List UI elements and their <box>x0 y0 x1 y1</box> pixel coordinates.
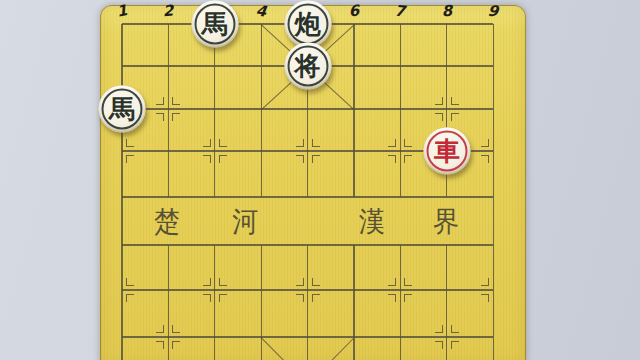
marker-corner <box>203 155 211 163</box>
file-line <box>121 24 122 360</box>
marker-corner <box>481 294 489 302</box>
marker-corner <box>172 113 180 121</box>
marker-corner <box>203 294 211 302</box>
piece-red-chariot[interactable]: 車 <box>423 128 470 175</box>
marker-corner <box>203 139 211 147</box>
river-char-0: 楚 <box>154 203 180 241</box>
marker-corner <box>126 278 134 286</box>
marker-corner <box>219 155 227 163</box>
board-overlay: 123456789楚河漢界馬炮将馬車 <box>0 0 640 360</box>
file-line <box>214 24 215 197</box>
position-marker <box>434 324 460 350</box>
marker-corner <box>172 97 180 105</box>
position-marker <box>155 324 181 350</box>
file-line <box>493 24 494 360</box>
marker-corner <box>312 139 320 147</box>
position-marker <box>295 138 321 164</box>
position-marker <box>109 277 135 303</box>
position-marker <box>480 138 506 164</box>
river-char-2: 漢 <box>359 203 385 241</box>
marker-corner <box>404 278 412 286</box>
position-marker <box>202 277 228 303</box>
file-label-9: 9 <box>487 2 499 21</box>
marker-corner <box>404 139 412 147</box>
marker-corner <box>451 113 459 121</box>
marker-corner <box>451 97 459 105</box>
marker-corner <box>388 155 396 163</box>
marker-corner <box>312 278 320 286</box>
position-marker <box>434 96 460 122</box>
file-label-2: 2 <box>163 2 175 21</box>
file-line <box>353 245 354 360</box>
marker-corner <box>219 294 227 302</box>
marker-corner <box>404 294 412 302</box>
marker-corner <box>156 341 164 349</box>
marker-corner <box>219 278 227 286</box>
marker-corner <box>435 341 443 349</box>
marker-corner <box>388 294 396 302</box>
marker-corner <box>156 97 164 105</box>
piece-glyph: 車 <box>434 137 460 163</box>
marker-corner <box>435 325 443 333</box>
file-label-8: 8 <box>441 2 452 21</box>
river-char-1: 河 <box>232 203 258 241</box>
piece-glyph: 炮 <box>295 10 321 36</box>
marker-corner <box>451 341 459 349</box>
file-label-6: 6 <box>348 2 360 21</box>
marker-corner <box>296 139 304 147</box>
marker-corner <box>481 278 489 286</box>
marker-corner <box>451 325 459 333</box>
marker-corner <box>312 294 320 302</box>
file-label-1: 1 <box>115 1 128 21</box>
marker-corner <box>219 139 227 147</box>
position-marker <box>202 138 228 164</box>
marker-corner <box>203 278 211 286</box>
piece-black-horse[interactable]: 馬 <box>99 86 146 133</box>
marker-corner <box>126 294 134 302</box>
xiangqi-photo-frame: 123456789楚河漢界馬炮将馬車 <box>0 0 640 360</box>
piece-black-general[interactable]: 将 <box>284 43 331 90</box>
position-marker <box>109 138 135 164</box>
piece-glyph: 将 <box>295 52 321 78</box>
marker-corner <box>435 97 443 105</box>
position-marker <box>387 138 413 164</box>
file-label-4: 4 <box>255 1 268 20</box>
piece-glyph: 馬 <box>109 95 135 121</box>
marker-corner <box>156 113 164 121</box>
marker-corner <box>172 325 180 333</box>
piece-black-horse[interactable]: 馬 <box>191 1 238 48</box>
file-label-7: 7 <box>394 2 406 21</box>
marker-corner <box>172 341 180 349</box>
position-marker <box>387 277 413 303</box>
marker-corner <box>126 155 134 163</box>
marker-corner <box>126 139 134 147</box>
file-line <box>261 245 262 360</box>
position-marker <box>480 277 506 303</box>
marker-corner <box>481 155 489 163</box>
marker-corner <box>388 278 396 286</box>
marker-corner <box>296 294 304 302</box>
file-line <box>353 24 354 197</box>
river-char-3: 界 <box>433 203 459 241</box>
marker-corner <box>312 155 320 163</box>
position-marker <box>155 96 181 122</box>
marker-corner <box>435 113 443 121</box>
piece-black-cannon[interactable]: 炮 <box>284 1 331 48</box>
marker-corner <box>296 155 304 163</box>
marker-corner <box>404 155 412 163</box>
marker-corner <box>481 139 489 147</box>
marker-corner <box>388 139 396 147</box>
marker-corner <box>296 278 304 286</box>
position-marker <box>295 277 321 303</box>
piece-glyph: 馬 <box>202 10 228 36</box>
marker-corner <box>156 325 164 333</box>
file-line <box>400 24 401 197</box>
